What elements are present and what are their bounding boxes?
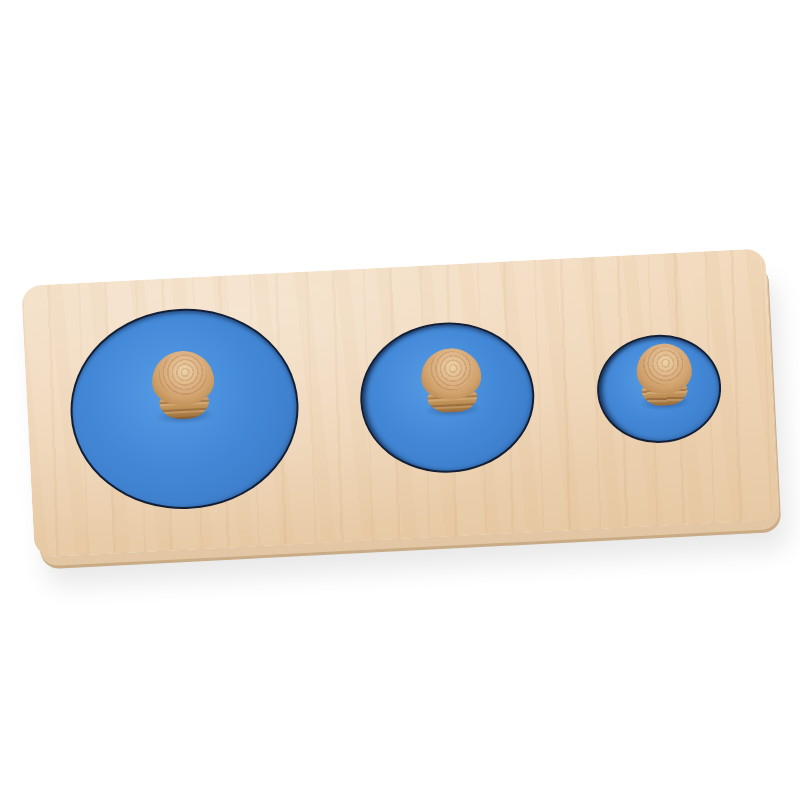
wooden-knob-medium[interactable] xyxy=(420,347,483,414)
puzzle-board xyxy=(21,248,779,557)
wooden-knob-large[interactable] xyxy=(151,349,216,420)
product-photo xyxy=(0,0,800,800)
wooden-knob-small[interactable] xyxy=(635,342,693,407)
circle-slot-small xyxy=(594,332,723,446)
circle-slot-medium xyxy=(357,318,538,477)
knob-top-small xyxy=(635,342,692,394)
circle-slot-large xyxy=(66,303,304,514)
board-wrap xyxy=(21,248,779,557)
